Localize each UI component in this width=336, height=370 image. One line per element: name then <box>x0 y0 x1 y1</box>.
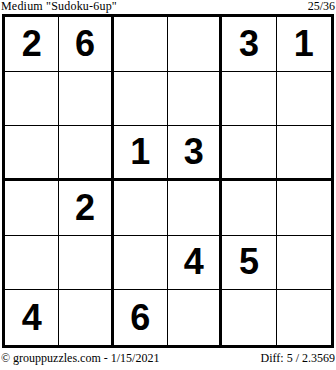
cell-r6c3[interactable]: 6 <box>114 290 168 345</box>
cell-r2c4[interactable] <box>168 72 222 127</box>
cell-r4c2[interactable]: 2 <box>59 181 113 236</box>
puzzle-counter: 25/36 <box>308 0 335 13</box>
cell-r5c3[interactable] <box>114 236 168 291</box>
cell-r5c2[interactable] <box>59 236 113 291</box>
cell-r5c4[interactable]: 4 <box>168 236 222 291</box>
cell-r3c1[interactable] <box>5 126 59 181</box>
cell-r1c4[interactable] <box>168 17 222 72</box>
cell-r2c5[interactable] <box>222 72 276 127</box>
cell-r6c4[interactable] <box>168 290 222 345</box>
cell-r4c4[interactable] <box>168 181 222 236</box>
cell-r3c3[interactable]: 1 <box>114 126 168 181</box>
cell-r1c6[interactable]: 1 <box>277 17 331 72</box>
cell-r5c5[interactable]: 5 <box>222 236 276 291</box>
cell-r4c5[interactable] <box>222 181 276 236</box>
puzzle-title: Medium "Sudoku-6up" <box>1 0 117 13</box>
cell-r6c5[interactable] <box>222 290 276 345</box>
cell-r3c4[interactable]: 3 <box>168 126 222 181</box>
sudoku-page: Medium "Sudoku-6up" 25/36 26311324546 © … <box>0 0 336 370</box>
cell-r3c5[interactable] <box>222 126 276 181</box>
cell-r2c3[interactable] <box>114 72 168 127</box>
cell-r2c2[interactable] <box>59 72 113 127</box>
cell-r1c2[interactable]: 6 <box>59 17 113 72</box>
page-header: Medium "Sudoku-6up" 25/36 <box>0 0 336 14</box>
cell-r6c1[interactable]: 4 <box>5 290 59 345</box>
cell-r4c6[interactable] <box>277 181 331 236</box>
cell-r6c2[interactable] <box>59 290 113 345</box>
cell-r1c1[interactable]: 2 <box>5 17 59 72</box>
cell-r3c2[interactable] <box>59 126 113 181</box>
difficulty-text: Diff: 5 / 2.3569 <box>261 351 335 365</box>
cell-r5c6[interactable] <box>277 236 331 291</box>
page-footer: © grouppuzzles.com - 1/15/2021 Diff: 5 /… <box>0 348 336 370</box>
cell-r3c6[interactable] <box>277 126 331 181</box>
cell-r6c6[interactable] <box>277 290 331 345</box>
cell-r4c1[interactable] <box>5 181 59 236</box>
cell-r4c3[interactable] <box>114 181 168 236</box>
cell-r5c1[interactable] <box>5 236 59 291</box>
cell-r2c1[interactable] <box>5 72 59 127</box>
cell-r1c3[interactable] <box>114 17 168 72</box>
copyright-text: © grouppuzzles.com - 1/15/2021 <box>1 351 159 365</box>
cell-r2c6[interactable] <box>277 72 331 127</box>
cell-r1c5[interactable]: 3 <box>222 17 276 72</box>
sudoku-board: 26311324546 <box>2 14 334 348</box>
